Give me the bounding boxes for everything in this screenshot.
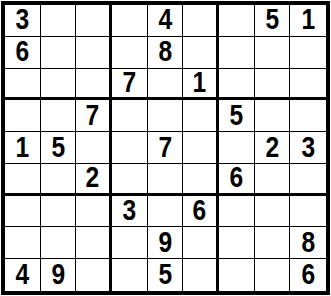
cell-r4c8[interactable] <box>255 100 291 132</box>
cell-r5c3[interactable] <box>76 132 112 164</box>
cell-r5c1[interactable]: 1 <box>5 132 41 164</box>
cell-r2c4[interactable] <box>112 37 148 69</box>
given-digit: 1 <box>301 5 315 36</box>
cell-r1c9[interactable]: 1 <box>290 5 326 37</box>
cell-r6c9[interactable] <box>290 164 326 196</box>
cell-r3c8[interactable] <box>255 69 291 101</box>
cell-r1c3[interactable] <box>76 5 112 37</box>
cell-r4c3[interactable]: 7 <box>76 100 112 132</box>
given-digit: 5 <box>229 100 243 131</box>
cell-r3c6[interactable]: 1 <box>183 69 219 101</box>
cell-r1c8[interactable]: 5 <box>255 5 291 37</box>
cell-r5c9[interactable]: 3 <box>290 132 326 164</box>
cell-r8c6[interactable] <box>183 227 219 259</box>
cell-r5c8[interactable]: 2 <box>255 132 291 164</box>
cell-r2c9[interactable] <box>290 37 326 69</box>
given-digit: 3 <box>301 132 315 163</box>
cell-r2c3[interactable] <box>76 37 112 69</box>
cell-r1c4[interactable] <box>112 5 148 37</box>
cell-r3c3[interactable] <box>76 69 112 101</box>
sudoku-board: 3451687175157232636984956 <box>1 1 330 295</box>
given-digit: 6 <box>193 196 207 227</box>
cell-r4c1[interactable] <box>5 100 41 132</box>
cell-r3c9[interactable] <box>290 69 326 101</box>
cell-r6c8[interactable] <box>255 164 291 196</box>
cell-r6c1[interactable] <box>5 164 41 196</box>
cell-r5c7[interactable] <box>219 132 255 164</box>
cell-r6c6[interactable] <box>183 164 219 196</box>
cell-r9c2[interactable]: 9 <box>41 259 77 291</box>
cell-r7c4[interactable]: 3 <box>112 196 148 228</box>
cell-r3c1[interactable] <box>5 69 41 101</box>
given-digit: 7 <box>86 100 100 131</box>
cell-r9c8[interactable] <box>255 259 291 291</box>
given-digit: 1 <box>15 132 29 163</box>
cell-r4c6[interactable] <box>183 100 219 132</box>
given-digit: 6 <box>15 37 29 68</box>
given-digit: 6 <box>301 259 315 291</box>
given-digit: 4 <box>158 5 172 36</box>
given-digit: 3 <box>122 196 136 227</box>
cell-r2c7[interactable] <box>219 37 255 69</box>
cell-r6c2[interactable] <box>41 164 77 196</box>
cell-r1c1[interactable]: 3 <box>5 5 41 37</box>
cell-r9c1[interactable]: 4 <box>5 259 41 291</box>
cell-r7c7[interactable] <box>219 196 255 228</box>
given-digit: 9 <box>158 227 172 258</box>
given-digit: 1 <box>193 69 207 99</box>
cell-r5c5[interactable]: 7 <box>148 132 184 164</box>
cell-r4c2[interactable] <box>41 100 77 132</box>
given-digit: 6 <box>229 164 243 194</box>
given-digit: 5 <box>158 259 172 291</box>
cell-r7c8[interactable] <box>255 196 291 228</box>
cell-r9c5[interactable]: 5 <box>148 259 184 291</box>
given-digit: 4 <box>15 259 29 291</box>
cell-r1c5[interactable]: 4 <box>148 5 184 37</box>
cell-r3c5[interactable] <box>148 69 184 101</box>
cell-r5c6[interactable] <box>183 132 219 164</box>
cell-r8c7[interactable] <box>219 227 255 259</box>
cell-r8c9[interactable]: 8 <box>290 227 326 259</box>
cell-r2c1[interactable]: 6 <box>5 37 41 69</box>
cell-r5c4[interactable] <box>112 132 148 164</box>
cell-r3c2[interactable] <box>41 69 77 101</box>
cell-r4c7[interactable]: 5 <box>219 100 255 132</box>
cell-r8c5[interactable]: 9 <box>148 227 184 259</box>
cell-r2c5[interactable]: 8 <box>148 37 184 69</box>
cell-r8c1[interactable] <box>5 227 41 259</box>
cell-r9c7[interactable] <box>219 259 255 291</box>
cell-r7c2[interactable] <box>41 196 77 228</box>
cell-r8c8[interactable] <box>255 227 291 259</box>
cell-r8c2[interactable] <box>41 227 77 259</box>
cell-r7c1[interactable] <box>5 196 41 228</box>
cell-r1c2[interactable] <box>41 5 77 37</box>
given-digit: 3 <box>15 5 29 36</box>
cell-r9c4[interactable] <box>112 259 148 291</box>
cell-r3c7[interactable] <box>219 69 255 101</box>
given-digit: 8 <box>301 227 315 258</box>
cell-r1c7[interactable] <box>219 5 255 37</box>
given-digit: 2 <box>265 132 279 163</box>
cell-r6c4[interactable] <box>112 164 148 196</box>
cell-r7c6[interactable]: 6 <box>183 196 219 228</box>
cell-r7c3[interactable] <box>76 196 112 228</box>
cell-r8c3[interactable] <box>76 227 112 259</box>
cell-r9c9[interactable]: 6 <box>290 259 326 291</box>
cell-r2c2[interactable] <box>41 37 77 69</box>
cell-r7c9[interactable] <box>290 196 326 228</box>
cell-r6c5[interactable] <box>148 164 184 196</box>
cell-r9c3[interactable] <box>76 259 112 291</box>
cell-r4c9[interactable] <box>290 100 326 132</box>
cell-r1c6[interactable] <box>183 5 219 37</box>
cell-r4c5[interactable] <box>148 100 184 132</box>
cell-r6c7[interactable]: 6 <box>219 164 255 196</box>
cell-r8c4[interactable] <box>112 227 148 259</box>
cell-r4c4[interactable] <box>112 100 148 132</box>
cell-r7c5[interactable] <box>148 196 184 228</box>
given-digit: 9 <box>51 259 65 291</box>
given-digit: 7 <box>158 132 172 163</box>
cell-r6c3[interactable]: 2 <box>76 164 112 196</box>
given-digit: 5 <box>265 5 279 36</box>
cell-r2c8[interactable] <box>255 37 291 69</box>
cell-r2c6[interactable] <box>183 37 219 69</box>
given-digit: 8 <box>158 37 172 68</box>
given-digit: 5 <box>51 132 65 163</box>
cell-r5c2[interactable]: 5 <box>41 132 77 164</box>
cell-r3c4[interactable]: 7 <box>112 69 148 101</box>
given-digit: 7 <box>122 69 136 99</box>
given-digit: 2 <box>86 164 100 194</box>
cell-r9c6[interactable] <box>183 259 219 291</box>
